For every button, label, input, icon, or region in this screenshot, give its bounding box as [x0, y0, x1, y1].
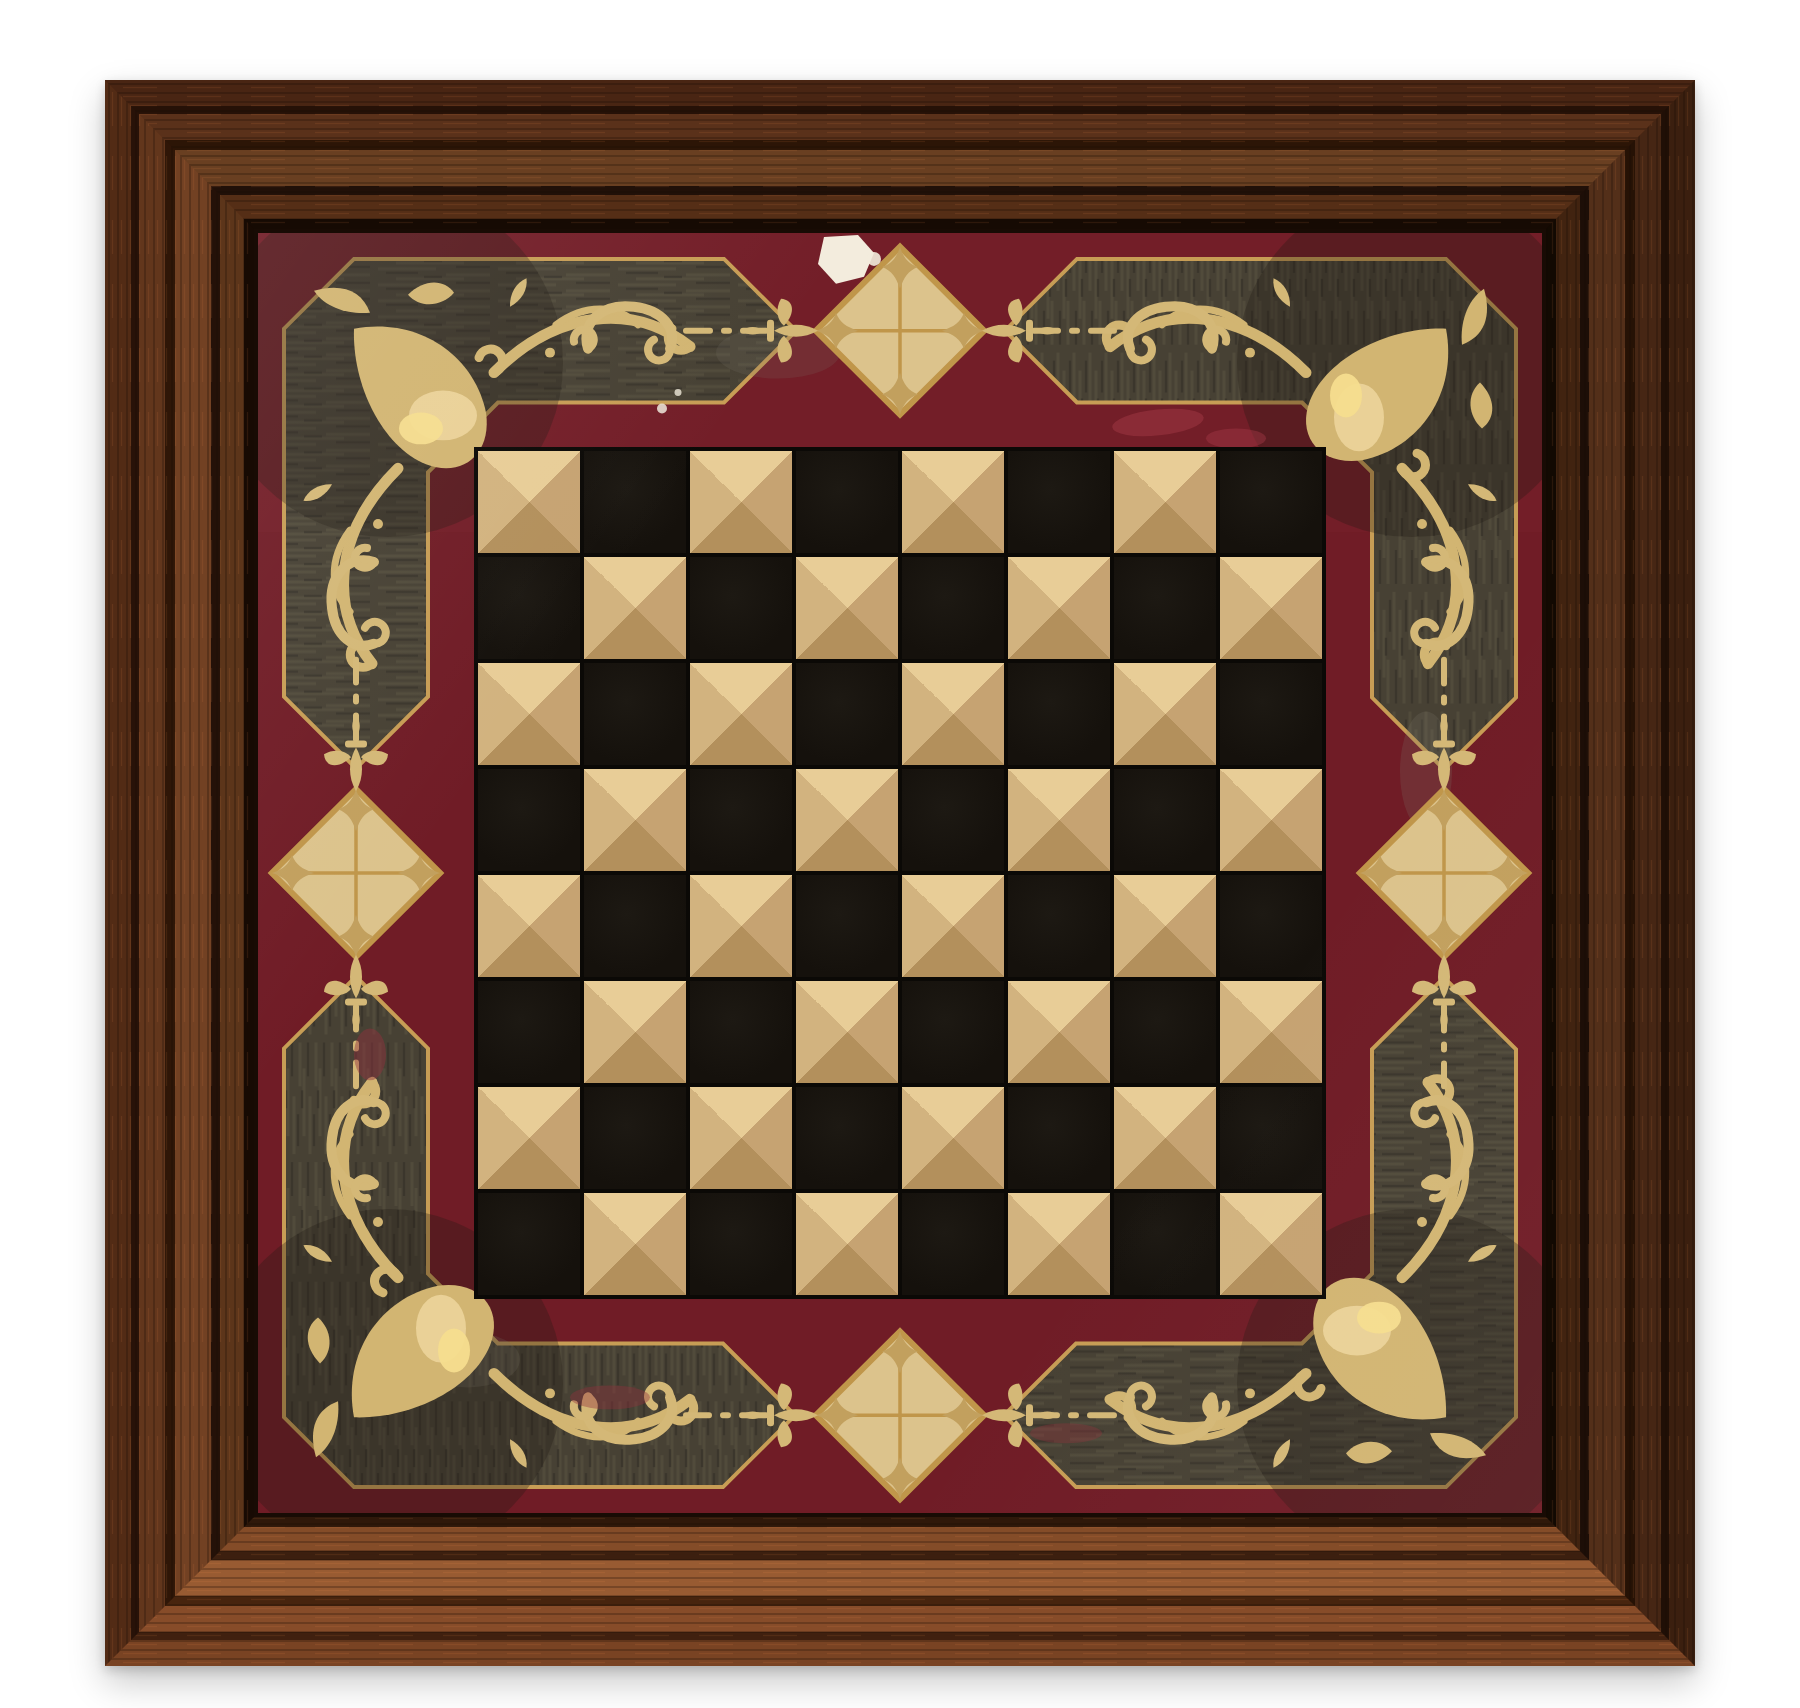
square-d7[interactable]: [796, 557, 898, 659]
square-b6[interactable]: [584, 663, 686, 765]
square-b2[interactable]: [584, 1087, 686, 1189]
square-e6[interactable]: [902, 663, 1004, 765]
square-e8[interactable]: [902, 451, 1004, 553]
photo-backdrop: [0, 0, 1800, 1708]
square-d3[interactable]: [796, 981, 898, 1083]
square-h5[interactable]: [1220, 769, 1322, 871]
square-c7[interactable]: [690, 557, 792, 659]
square-d2[interactable]: [796, 1087, 898, 1189]
square-h1[interactable]: [1220, 1193, 1322, 1295]
frame-groove-2: [165, 140, 1635, 1606]
square-d5[interactable]: [796, 769, 898, 871]
square-e5[interactable]: [902, 769, 1004, 871]
frame-outer-molding: [105, 80, 1695, 1666]
square-e3[interactable]: [902, 981, 1004, 1083]
square-d4[interactable]: [796, 875, 898, 977]
square-g2[interactable]: [1114, 1087, 1216, 1189]
square-f7[interactable]: [1008, 557, 1110, 659]
square-e7[interactable]: [902, 557, 1004, 659]
square-a1[interactable]: [478, 1193, 580, 1295]
checkerboard: [474, 447, 1326, 1299]
square-c3[interactable]: [690, 981, 792, 1083]
square-b7[interactable]: [584, 557, 686, 659]
square-f5[interactable]: [1008, 769, 1110, 871]
square-g7[interactable]: [1114, 557, 1216, 659]
square-a5[interactable]: [478, 769, 580, 871]
square-d1[interactable]: [796, 1193, 898, 1295]
frame-inner-molding: [220, 195, 1580, 1551]
square-g5[interactable]: [1114, 769, 1216, 871]
frame-inner-lip: [244, 219, 1556, 1527]
square-h3[interactable]: [1220, 981, 1322, 1083]
square-e2[interactable]: [902, 1087, 1004, 1189]
square-f8[interactable]: [1008, 451, 1110, 553]
square-g6[interactable]: [1114, 663, 1216, 765]
square-c6[interactable]: [690, 663, 792, 765]
square-b4[interactable]: [584, 875, 686, 977]
wood-frame: [105, 80, 1695, 1666]
square-c1[interactable]: [690, 1193, 792, 1295]
square-d8[interactable]: [796, 451, 898, 553]
square-f6[interactable]: [1008, 663, 1110, 765]
square-g3[interactable]: [1114, 981, 1216, 1083]
square-a8[interactable]: [478, 451, 580, 553]
square-e1[interactable]: [902, 1193, 1004, 1295]
square-b3[interactable]: [584, 981, 686, 1083]
frame-molding-2: [139, 114, 1661, 1632]
square-c2[interactable]: [690, 1087, 792, 1189]
square-a3[interactable]: [478, 981, 580, 1083]
square-a2[interactable]: [478, 1087, 580, 1189]
frame-groove-1: [131, 106, 1669, 1640]
square-h6[interactable]: [1220, 663, 1322, 765]
square-d6[interactable]: [796, 663, 898, 765]
square-g8[interactable]: [1114, 451, 1216, 553]
square-c8[interactable]: [690, 451, 792, 553]
square-b1[interactable]: [584, 1193, 686, 1295]
square-h7[interactable]: [1220, 557, 1322, 659]
square-h8[interactable]: [1220, 451, 1322, 553]
square-b5[interactable]: [584, 769, 686, 871]
square-f4[interactable]: [1008, 875, 1110, 977]
frame-slope-molding: [175, 150, 1625, 1596]
square-f3[interactable]: [1008, 981, 1110, 1083]
square-a4[interactable]: [478, 875, 580, 977]
square-c4[interactable]: [690, 875, 792, 977]
square-h4[interactable]: [1220, 875, 1322, 977]
square-g4[interactable]: [1114, 875, 1216, 977]
square-c5[interactable]: [690, 769, 792, 871]
square-a6[interactable]: [478, 663, 580, 765]
square-b8[interactable]: [584, 451, 686, 553]
square-f1[interactable]: [1008, 1193, 1110, 1295]
square-e4[interactable]: [902, 875, 1004, 977]
square-f2[interactable]: [1008, 1087, 1110, 1189]
square-g1[interactable]: [1114, 1193, 1216, 1295]
square-a7[interactable]: [478, 557, 580, 659]
reverse-painted-glass: [258, 233, 1542, 1513]
frame-step: [211, 186, 1589, 1560]
square-h2[interactable]: [1220, 1087, 1322, 1189]
